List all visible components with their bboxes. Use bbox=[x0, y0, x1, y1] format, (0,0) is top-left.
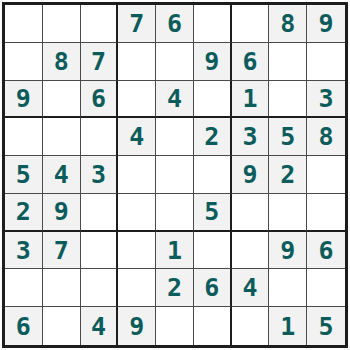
cell-r2c4[interactable] bbox=[118, 43, 156, 81]
cell-r1c2[interactable] bbox=[43, 5, 81, 43]
cell-r1c1[interactable] bbox=[5, 5, 43, 43]
cell-r6c7[interactable] bbox=[232, 194, 270, 232]
cell-r7c7[interactable] bbox=[232, 232, 270, 270]
cell-r7c5[interactable]: 1 bbox=[156, 232, 194, 270]
cell-r5c9[interactable] bbox=[307, 156, 345, 194]
cell-r3c7[interactable]: 1 bbox=[232, 81, 270, 119]
cell-r9c2[interactable] bbox=[43, 307, 81, 345]
cell-r2c7[interactable]: 6 bbox=[232, 43, 270, 81]
cell-r3c6[interactable] bbox=[194, 81, 232, 119]
cell-r1c5[interactable]: 6 bbox=[156, 5, 194, 43]
cell-r2c8[interactable] bbox=[269, 43, 307, 81]
cell-r6c3[interactable] bbox=[81, 194, 119, 232]
cell-r3c4[interactable] bbox=[118, 81, 156, 119]
cell-r9c4[interactable]: 9 bbox=[118, 307, 156, 345]
cell-r1c8[interactable]: 8 bbox=[269, 5, 307, 43]
cell-r7c1[interactable]: 3 bbox=[5, 232, 43, 270]
cell-r8c9[interactable] bbox=[307, 269, 345, 307]
cell-r3c8[interactable] bbox=[269, 81, 307, 119]
cell-r4c7[interactable]: 3 bbox=[232, 118, 270, 156]
cell-r6c6[interactable]: 5 bbox=[194, 194, 232, 232]
cell-r5c4[interactable] bbox=[118, 156, 156, 194]
cell-r2c1[interactable] bbox=[5, 43, 43, 81]
cell-r3c2[interactable] bbox=[43, 81, 81, 119]
cell-r1c6[interactable] bbox=[194, 5, 232, 43]
cell-r5c2[interactable]: 4 bbox=[43, 156, 81, 194]
cell-r4c5[interactable] bbox=[156, 118, 194, 156]
cell-r9c9[interactable]: 5 bbox=[307, 307, 345, 345]
cell-r6c1[interactable]: 2 bbox=[5, 194, 43, 232]
cell-r6c5[interactable] bbox=[156, 194, 194, 232]
cell-r9c1[interactable]: 6 bbox=[5, 307, 43, 345]
cell-r3c9[interactable]: 3 bbox=[307, 81, 345, 119]
cell-r4c8[interactable]: 5 bbox=[269, 118, 307, 156]
cell-r4c2[interactable] bbox=[43, 118, 81, 156]
cell-r7c6[interactable] bbox=[194, 232, 232, 270]
cell-r2c3[interactable]: 7 bbox=[81, 43, 119, 81]
cell-r8c3[interactable] bbox=[81, 269, 119, 307]
cell-r8c7[interactable]: 4 bbox=[232, 269, 270, 307]
cell-r8c5[interactable]: 2 bbox=[156, 269, 194, 307]
cell-r1c9[interactable]: 9 bbox=[307, 5, 345, 43]
cell-r9c6[interactable] bbox=[194, 307, 232, 345]
cell-r1c4[interactable]: 7 bbox=[118, 5, 156, 43]
cell-r6c8[interactable] bbox=[269, 194, 307, 232]
cell-r6c4[interactable] bbox=[118, 194, 156, 232]
cell-r6c9[interactable] bbox=[307, 194, 345, 232]
sudoku-board: 768987969641342358543922953719626464915 bbox=[2, 2, 348, 348]
cell-r2c2[interactable]: 8 bbox=[43, 43, 81, 81]
cell-r1c3[interactable] bbox=[81, 5, 119, 43]
cell-r4c6[interactable]: 2 bbox=[194, 118, 232, 156]
cell-r5c6[interactable] bbox=[194, 156, 232, 194]
cell-r7c4[interactable] bbox=[118, 232, 156, 270]
cell-r7c3[interactable] bbox=[81, 232, 119, 270]
cell-r8c2[interactable] bbox=[43, 269, 81, 307]
cell-r7c8[interactable]: 9 bbox=[269, 232, 307, 270]
cell-r8c8[interactable] bbox=[269, 269, 307, 307]
cell-r4c3[interactable] bbox=[81, 118, 119, 156]
cell-r2c5[interactable] bbox=[156, 43, 194, 81]
cell-r5c7[interactable]: 9 bbox=[232, 156, 270, 194]
cell-r2c9[interactable] bbox=[307, 43, 345, 81]
cell-r9c7[interactable] bbox=[232, 307, 270, 345]
cell-r4c9[interactable]: 8 bbox=[307, 118, 345, 156]
cell-r3c3[interactable]: 6 bbox=[81, 81, 119, 119]
cell-r5c5[interactable] bbox=[156, 156, 194, 194]
cell-r2c6[interactable]: 9 bbox=[194, 43, 232, 81]
cell-r8c4[interactable] bbox=[118, 269, 156, 307]
cell-r5c3[interactable]: 3 bbox=[81, 156, 119, 194]
cell-r1c7[interactable] bbox=[232, 5, 270, 43]
cell-r6c2[interactable]: 9 bbox=[43, 194, 81, 232]
cell-r8c1[interactable] bbox=[5, 269, 43, 307]
cell-r8c6[interactable]: 6 bbox=[194, 269, 232, 307]
cell-r4c4[interactable]: 4 bbox=[118, 118, 156, 156]
cell-r9c8[interactable]: 1 bbox=[269, 307, 307, 345]
cell-r3c5[interactable]: 4 bbox=[156, 81, 194, 119]
sudoku-page: 768987969641342358543922953719626464915 bbox=[0, 0, 350, 350]
cell-r3c1[interactable]: 9 bbox=[5, 81, 43, 119]
cell-r5c8[interactable]: 2 bbox=[269, 156, 307, 194]
cell-r7c9[interactable]: 6 bbox=[307, 232, 345, 270]
cell-r9c5[interactable] bbox=[156, 307, 194, 345]
cell-r9c3[interactable]: 4 bbox=[81, 307, 119, 345]
cell-r5c1[interactable]: 5 bbox=[5, 156, 43, 194]
cell-r4c1[interactable] bbox=[5, 118, 43, 156]
cell-r7c2[interactable]: 7 bbox=[43, 232, 81, 270]
